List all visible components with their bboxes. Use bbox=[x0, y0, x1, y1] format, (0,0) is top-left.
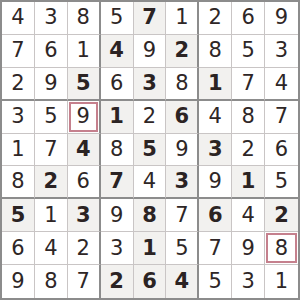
cell-r3c2[interactable]: 9 bbox=[35, 68, 68, 101]
cell-r4c8[interactable]: 8 bbox=[232, 101, 265, 134]
cell-r1c9[interactable]: 9 bbox=[265, 2, 298, 35]
cell-r9c2[interactable]: 8 bbox=[35, 265, 68, 298]
cell-r4c5[interactable]: 2 bbox=[134, 101, 167, 134]
cell-r6c7[interactable]: 9 bbox=[199, 166, 232, 199]
cell-r6c4[interactable]: 7 bbox=[101, 166, 134, 199]
cell-r1c6[interactable]: 1 bbox=[166, 2, 199, 35]
cell-r1c4[interactable]: 5 bbox=[101, 2, 134, 35]
cell-r6c6[interactable]: 3 bbox=[166, 166, 199, 199]
cell-r3c7[interactable]: 1 bbox=[199, 68, 232, 101]
cell-r6c1[interactable]: 8 bbox=[2, 166, 35, 199]
cell-r3c8[interactable]: 7 bbox=[232, 68, 265, 101]
cell-r8c8[interactable]: 9 bbox=[232, 232, 265, 265]
cell-r1c5[interactable]: 7 bbox=[134, 2, 167, 35]
cell-r1c3[interactable]: 8 bbox=[68, 2, 101, 35]
cell-r3c4[interactable]: 6 bbox=[101, 68, 134, 101]
cell-r7c4[interactable]: 9 bbox=[101, 199, 134, 232]
cell-r8c3[interactable]: 2 bbox=[68, 232, 101, 265]
cell-r7c7[interactable]: 6 bbox=[199, 199, 232, 232]
cell-r6c9[interactable]: 5 bbox=[265, 166, 298, 199]
cell-r2c8[interactable]: 5 bbox=[232, 35, 265, 68]
cell-r4c1[interactable]: 3 bbox=[2, 101, 35, 134]
cell-r5c1[interactable]: 1 bbox=[2, 134, 35, 167]
cell-r2c4[interactable]: 4 bbox=[101, 35, 134, 68]
cell-r9c1[interactable]: 9 bbox=[2, 265, 35, 298]
cell-r6c8[interactable]: 1 bbox=[232, 166, 265, 199]
cell-r1c7[interactable]: 2 bbox=[199, 2, 232, 35]
cell-r1c8[interactable]: 6 bbox=[232, 2, 265, 35]
cell-r1c1[interactable]: 4 bbox=[2, 2, 35, 35]
cell-r3c1[interactable]: 2 bbox=[2, 68, 35, 101]
sudoku-board: 4385712697614928532956381743591264871748… bbox=[0, 0, 300, 300]
cell-r2c6[interactable]: 2 bbox=[166, 35, 199, 68]
cell-r4c3[interactable]: 9 bbox=[68, 101, 101, 134]
cell-r9c8[interactable]: 3 bbox=[232, 265, 265, 298]
cell-r9c4[interactable]: 2 bbox=[101, 265, 134, 298]
cell-r2c3[interactable]: 1 bbox=[68, 35, 101, 68]
cell-r8c9[interactable]: 8 bbox=[265, 232, 298, 265]
cell-r9c3[interactable]: 7 bbox=[68, 265, 101, 298]
cell-r4c4[interactable]: 1 bbox=[101, 101, 134, 134]
cell-r5c7[interactable]: 3 bbox=[199, 134, 232, 167]
cell-r9c9[interactable]: 1 bbox=[265, 265, 298, 298]
cell-r5c5[interactable]: 5 bbox=[134, 134, 167, 167]
highlight-box bbox=[266, 233, 297, 263]
cell-r8c6[interactable]: 5 bbox=[166, 232, 199, 265]
cell-r7c5[interactable]: 8 bbox=[134, 199, 167, 232]
cell-r2c7[interactable]: 8 bbox=[199, 35, 232, 68]
cell-r2c5[interactable]: 9 bbox=[134, 35, 167, 68]
cell-r9c5[interactable]: 6 bbox=[134, 265, 167, 298]
cell-r7c6[interactable]: 7 bbox=[166, 199, 199, 232]
cell-r7c8[interactable]: 4 bbox=[232, 199, 265, 232]
cell-r3c6[interactable]: 8 bbox=[166, 68, 199, 101]
cell-r2c1[interactable]: 7 bbox=[2, 35, 35, 68]
cell-r5c4[interactable]: 8 bbox=[101, 134, 134, 167]
cell-r3c3[interactable]: 5 bbox=[68, 68, 101, 101]
cell-r5c9[interactable]: 6 bbox=[265, 134, 298, 167]
cell-r8c1[interactable]: 6 bbox=[2, 232, 35, 265]
cell-r7c3[interactable]: 3 bbox=[68, 199, 101, 232]
cell-r4c6[interactable]: 6 bbox=[166, 101, 199, 134]
cell-r2c2[interactable]: 6 bbox=[35, 35, 68, 68]
cell-r4c9[interactable]: 7 bbox=[265, 101, 298, 134]
cell-r4c7[interactable]: 4 bbox=[199, 101, 232, 134]
cell-r9c6[interactable]: 4 bbox=[166, 265, 199, 298]
cell-r7c2[interactable]: 1 bbox=[35, 199, 68, 232]
cell-r8c5[interactable]: 1 bbox=[134, 232, 167, 265]
cell-r6c5[interactable]: 4 bbox=[134, 166, 167, 199]
cell-r2c9[interactable]: 3 bbox=[265, 35, 298, 68]
cell-r4c2[interactable]: 5 bbox=[35, 101, 68, 134]
cell-r5c8[interactable]: 2 bbox=[232, 134, 265, 167]
cell-r5c6[interactable]: 9 bbox=[166, 134, 199, 167]
cell-r3c9[interactable]: 4 bbox=[265, 68, 298, 101]
cell-r7c1[interactable]: 5 bbox=[2, 199, 35, 232]
cell-r7c9[interactable]: 2 bbox=[265, 199, 298, 232]
cell-r5c2[interactable]: 7 bbox=[35, 134, 68, 167]
cell-r6c3[interactable]: 6 bbox=[68, 166, 101, 199]
cell-r8c2[interactable]: 4 bbox=[35, 232, 68, 265]
cell-r3c5[interactable]: 3 bbox=[134, 68, 167, 101]
highlight-box bbox=[69, 102, 98, 132]
cell-r6c2[interactable]: 2 bbox=[35, 166, 68, 199]
cell-r1c2[interactable]: 3 bbox=[35, 2, 68, 35]
cell-r5c3[interactable]: 4 bbox=[68, 134, 101, 167]
cell-r9c7[interactable]: 5 bbox=[199, 265, 232, 298]
cell-r8c4[interactable]: 3 bbox=[101, 232, 134, 265]
cell-r8c7[interactable]: 7 bbox=[199, 232, 232, 265]
